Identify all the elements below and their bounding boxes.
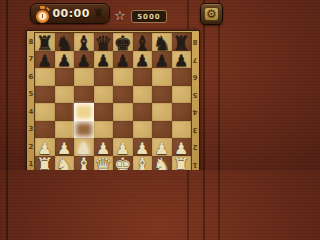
piece-white-rook[interactable]: ♜ — [36, 155, 54, 170]
square-e7[interactable]: ♟ — [113, 51, 133, 69]
square-h7[interactable]: ♟ — [172, 51, 192, 69]
piece-white-knight[interactable]: ♞ — [55, 155, 73, 170]
rank-labels-right: 87654321 — [191, 33, 199, 170]
piece-black-pawn[interactable]: ♟ — [155, 53, 169, 69]
rank-label: 4 — [191, 103, 199, 121]
square-c8[interactable]: ♝ — [74, 33, 94, 51]
piece-black-pawn[interactable]: ♟ — [38, 53, 52, 69]
stopwatch-icon — [35, 5, 50, 23]
square-f8[interactable]: ♝ — [133, 33, 153, 51]
square-d3[interactable] — [94, 121, 114, 139]
settings-button[interactable]: ⚙ — [200, 3, 223, 25]
score-panel: 5000 — [131, 10, 167, 23]
board-inner: ♜♞♝♛♚♝♞♜♟♟♟♟♟♟♟♟♟♟♟♟♟♟♟♟♜♞♝♛♚♝♞♜ — [35, 33, 191, 170]
square-b3[interactable] — [55, 121, 75, 139]
timer-value: 00:00 — [50, 7, 92, 20]
square-a4[interactable] — [35, 103, 55, 121]
star-icon: ☆ — [114, 9, 126, 23]
square-e8[interactable]: ♚ — [113, 33, 133, 51]
rank-label: 7 — [27, 51, 35, 69]
square-e4[interactable] — [113, 103, 133, 121]
rank-label: 8 — [191, 33, 199, 51]
square-f4[interactable] — [133, 103, 153, 121]
square-c7[interactable]: ♟ — [74, 51, 94, 69]
score-value: 5000 — [137, 13, 160, 21]
piece-black-bishop[interactable]: ♝ — [75, 33, 93, 53]
square-h6[interactable] — [172, 68, 192, 86]
square-f1[interactable]: ♝ — [133, 156, 153, 171]
square-f7[interactable]: ♟ — [133, 51, 153, 69]
square-f3[interactable] — [133, 121, 153, 139]
piece-white-rook[interactable]: ♜ — [172, 155, 190, 170]
square-g8[interactable]: ♞ — [152, 33, 172, 51]
square-g1[interactable]: ♞ — [152, 156, 172, 171]
square-h5[interactable] — [172, 86, 192, 104]
piece-black-pawn[interactable]: ♟ — [77, 53, 91, 69]
rank-label: 2 — [27, 138, 35, 156]
chess-board: 87654321 ♜♞♝♛♚♝♞♜♟♟♟♟♟♟♟♟♟♟♟♟♟♟♟♟♜♞♝♛♚♝♞… — [26, 30, 200, 170]
rank-labels-left: 87654321 — [27, 33, 35, 170]
rank-label: 6 — [27, 68, 35, 86]
rank-label: 5 — [27, 86, 35, 104]
rank-label: 7 — [191, 51, 199, 69]
rank-label: 2 — [191, 138, 199, 156]
square-b6[interactable] — [55, 68, 75, 86]
board-squares: ♜♞♝♛♚♝♞♜♟♟♟♟♟♟♟♟♟♟♟♟♟♟♟♟♜♞♝♛♚♝♞♜ — [35, 33, 191, 170]
piece-black-king[interactable]: ♚ — [114, 33, 132, 53]
square-a7[interactable]: ♟ — [35, 51, 55, 69]
timer-panel: 00:00 ♜ — [30, 3, 110, 24]
app-root: { "game": "chess", "position": { "fen": … — [0, 0, 226, 170]
chess-piece-icon: ♜ — [92, 7, 104, 20]
square-g3[interactable] — [152, 121, 172, 139]
square-f5[interactable] — [133, 86, 153, 104]
square-d1[interactable]: ♛ — [94, 156, 114, 171]
square-b1[interactable]: ♞ — [55, 156, 75, 171]
rank-label: 5 — [191, 86, 199, 104]
square-c4[interactable] — [74, 103, 94, 121]
square-d7[interactable]: ♟ — [94, 51, 114, 69]
rank-label: 1 — [191, 156, 199, 171]
square-g4[interactable] — [152, 103, 172, 121]
piece-black-pawn[interactable]: ♟ — [57, 53, 71, 69]
piece-white-king[interactable]: ♚ — [114, 155, 132, 170]
square-d6[interactable] — [94, 68, 114, 86]
rank-label: 3 — [191, 121, 199, 139]
square-h3[interactable] — [172, 121, 192, 139]
square-e6[interactable] — [113, 68, 133, 86]
square-g5[interactable] — [152, 86, 172, 104]
square-d5[interactable] — [94, 86, 114, 104]
rank-label: 1 — [27, 156, 35, 171]
piece-black-bishop[interactable]: ♝ — [133, 33, 151, 53]
rank-label: 8 — [27, 33, 35, 51]
square-c3[interactable] — [74, 121, 94, 139]
piece-black-pawn[interactable]: ♟ — [135, 53, 149, 69]
rank-label: 3 — [27, 121, 35, 139]
square-f6[interactable] — [133, 68, 153, 86]
square-c1[interactable]: ♝ — [74, 156, 94, 171]
piece-white-knight[interactable]: ♞ — [153, 155, 171, 170]
gear-icon: ⚙ — [206, 8, 217, 20]
square-b4[interactable] — [55, 103, 75, 121]
square-g7[interactable]: ♟ — [152, 51, 172, 69]
piece-black-pawn[interactable]: ♟ — [96, 53, 110, 69]
piece-black-rook[interactable]: ♜ — [172, 33, 190, 53]
square-b8[interactable]: ♞ — [55, 33, 75, 51]
square-a3[interactable] — [35, 121, 55, 139]
piece-black-rook[interactable]: ♜ — [36, 33, 54, 53]
square-h4[interactable] — [172, 103, 192, 121]
square-e1[interactable]: ♚ — [113, 156, 133, 171]
square-g6[interactable] — [152, 68, 172, 86]
piece-black-queen[interactable]: ♛ — [94, 33, 112, 53]
square-a8[interactable]: ♜ — [35, 33, 55, 51]
piece-white-queen[interactable]: ♛ — [94, 155, 112, 170]
piece-white-bishop[interactable]: ♝ — [133, 155, 151, 170]
square-a1[interactable]: ♜ — [35, 156, 55, 171]
square-h8[interactable]: ♜ — [172, 33, 192, 51]
square-d8[interactable]: ♛ — [94, 33, 114, 51]
square-h1[interactable]: ♜ — [172, 156, 192, 171]
square-a5[interactable] — [35, 86, 55, 104]
square-e3[interactable] — [113, 121, 133, 139]
rank-label: 6 — [191, 68, 199, 86]
square-d4[interactable] — [94, 103, 114, 121]
square-c6[interactable] — [74, 68, 94, 86]
square-a6[interactable] — [35, 68, 55, 86]
square-b7[interactable]: ♟ — [55, 51, 75, 69]
piece-white-bishop[interactable]: ♝ — [75, 155, 93, 170]
piece-black-pawn[interactable]: ♟ — [116, 53, 130, 69]
rank-label: 4 — [27, 103, 35, 121]
piece-black-knight[interactable]: ♞ — [153, 33, 171, 53]
square-b5[interactable] — [55, 86, 75, 104]
square-c5[interactable] — [74, 86, 94, 104]
top-bar: 00:00 ♜ ☆ 5000 ⚙ — [0, 0, 226, 28]
piece-black-knight[interactable]: ♞ — [55, 33, 73, 53]
square-e5[interactable] — [113, 86, 133, 104]
piece-black-pawn[interactable]: ♟ — [174, 53, 188, 69]
settings-button-face: ⚙ — [204, 7, 219, 21]
